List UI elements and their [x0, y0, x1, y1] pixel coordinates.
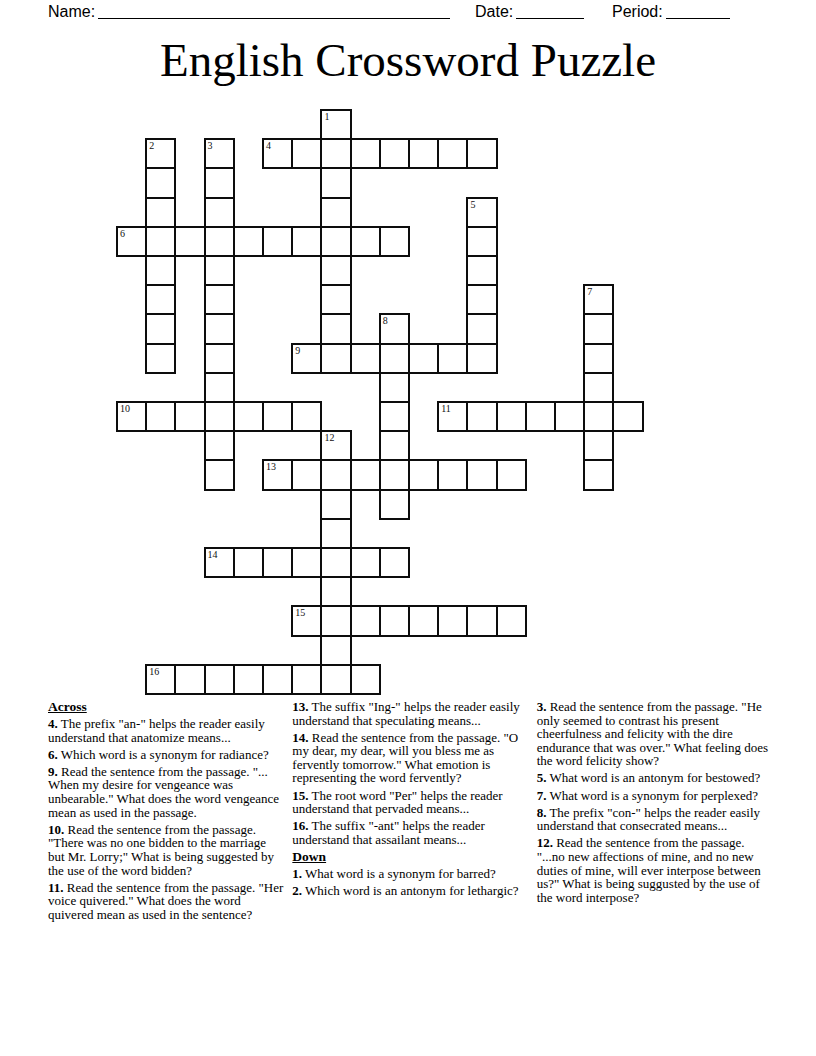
cell-r1c1[interactable]: 2 [145, 138, 176, 169]
cell-r4c3[interactable] [204, 226, 235, 257]
cell-r0c7[interactable]: 1 [320, 109, 351, 140]
date-label: Date: [475, 3, 513, 20]
clue-number-label: 1. [292, 866, 302, 881]
cell-r15c7[interactable] [320, 547, 351, 578]
cell-r10c11[interactable]: 11 [437, 401, 468, 432]
clue-number: 5 [470, 199, 475, 210]
cell-r3c7[interactable] [320, 197, 351, 228]
clue-12: 12. Read the sentence from the passage. … [537, 836, 772, 904]
clue-8: 8. The prefix "con-" helps the reader ea… [537, 806, 772, 833]
cell-r8c1[interactable] [145, 343, 176, 374]
clue-1: 1. What word is a synonym for barred? [292, 867, 527, 881]
cell-r8c9[interactable] [379, 343, 410, 374]
cell-r5c12[interactable] [466, 255, 497, 286]
clue-number: 7 [587, 286, 592, 297]
clue-number: 13 [266, 461, 276, 472]
clues-section: Across4. The prefix "an-" helps the read… [48, 700, 772, 925]
cell-r4c1[interactable] [145, 226, 176, 257]
cell-r15c9[interactable] [379, 547, 410, 578]
clue-3: 3. Read the sentence from the passage. "… [537, 700, 772, 768]
cell-r6c12[interactable] [466, 284, 497, 315]
clue-number-label: 4. [48, 716, 58, 731]
cell-r17c8[interactable] [350, 605, 381, 636]
cell-r17c11[interactable] [437, 605, 468, 636]
clue-9: 9. Read the sentence from the passage. "… [48, 765, 283, 819]
clue-column-3: 3. Read the sentence from the passage. "… [537, 700, 772, 925]
cell-r7c3[interactable] [204, 313, 235, 344]
clue-number: 1 [324, 111, 329, 122]
cell-r17c10[interactable] [408, 605, 439, 636]
clue-10: 10. Read the sentence from the passage. … [48, 823, 283, 877]
date-group: Date: [475, 3, 584, 21]
cell-r19c6[interactable] [291, 664, 322, 695]
cell-r1c9[interactable] [379, 138, 410, 169]
cell-r3c12[interactable]: 5 [466, 197, 497, 228]
cell-r13c7[interactable] [320, 489, 351, 520]
clue-number: 9 [295, 345, 300, 356]
clue-number: 16 [149, 666, 159, 677]
cell-r15c6[interactable] [291, 547, 322, 578]
clue-number-label: 14. [292, 730, 308, 745]
cell-r12c5[interactable]: 13 [262, 459, 293, 490]
cell-r10c0[interactable]: 10 [116, 401, 147, 432]
clue-number-label: 13. [292, 699, 308, 714]
cell-r10c6[interactable] [291, 401, 322, 432]
clue-number-label: 10. [48, 822, 64, 837]
cell-r1c12[interactable] [466, 138, 497, 169]
cell-r12c11[interactable] [437, 459, 468, 490]
cell-r1c3[interactable]: 3 [204, 138, 235, 169]
cell-r7c9[interactable]: 8 [379, 313, 410, 344]
clue-14: 14. Read the sentence from the passage. … [292, 731, 527, 785]
cell-r12c9[interactable] [379, 459, 410, 490]
cell-r17c9[interactable] [379, 605, 410, 636]
cell-r11c7[interactable]: 12 [320, 430, 351, 461]
clue-number: 14 [208, 549, 218, 560]
cell-r3c3[interactable] [204, 197, 235, 228]
cell-r12c8[interactable] [350, 459, 381, 490]
clue-number: 10 [120, 403, 130, 414]
cell-r4c9[interactable] [379, 226, 410, 257]
cell-r4c5[interactable] [262, 226, 293, 257]
date-field-line[interactable] [516, 3, 584, 19]
cell-r19c2[interactable] [174, 664, 205, 695]
clue-13: 13. The suffix "Ing-" helps the reader e… [292, 700, 527, 727]
cell-r8c7[interactable] [320, 343, 351, 374]
cell-r10c13[interactable] [496, 401, 527, 432]
clue-4: 4. The prefix "an-" helps the reader eas… [48, 717, 283, 744]
cell-r1c5[interactable]: 4 [262, 138, 293, 169]
cell-r9c16[interactable] [583, 372, 614, 403]
cell-r9c3[interactable] [204, 372, 235, 403]
cell-r9c9[interactable] [379, 372, 410, 403]
crossword-grid: 12345678910111213141516 [117, 110, 645, 696]
cell-r10c4[interactable] [233, 401, 264, 432]
cell-r10c2[interactable] [174, 401, 205, 432]
cell-r4c12[interactable] [466, 226, 497, 257]
name-field-line[interactable] [98, 3, 450, 19]
clue-number: 4 [266, 140, 271, 151]
clue-list-header-down: Down [292, 850, 527, 864]
clue-number-label: 9. [48, 764, 58, 779]
cell-r5c7[interactable] [320, 255, 351, 286]
cell-r1c11[interactable] [437, 138, 468, 169]
worksheet-header: Name: Date: Period: [0, 3, 816, 27]
clue-number: 8 [383, 315, 388, 326]
cell-r5c1[interactable] [145, 255, 176, 286]
clue-number: 12 [324, 432, 334, 443]
clue-15: 15. The root word "Per" helps the reader… [292, 789, 527, 816]
cell-r19c7[interactable] [320, 664, 351, 695]
clue-2: 2. Which word is an antonym for lethargi… [292, 884, 527, 898]
cell-r2c7[interactable] [320, 167, 351, 198]
cell-r15c8[interactable] [350, 547, 381, 578]
clue-number-label: 12. [537, 835, 553, 850]
cell-r6c16[interactable]: 7 [583, 284, 614, 315]
cell-r17c12[interactable] [466, 605, 497, 636]
cell-r8c10[interactable] [408, 343, 439, 374]
cell-r19c5[interactable] [262, 664, 293, 695]
cell-r10c5[interactable] [262, 401, 293, 432]
clue-number-label: 11. [48, 880, 64, 895]
cell-r12c7[interactable] [320, 459, 351, 490]
cell-r12c16[interactable] [583, 459, 614, 490]
name-group: Name: [48, 3, 450, 21]
clue-number: 15 [295, 607, 305, 618]
cell-r14c7[interactable] [320, 518, 351, 549]
cell-r8c11[interactable] [437, 343, 468, 374]
cell-r10c1[interactable] [145, 401, 176, 432]
clue-number: 2 [149, 140, 154, 151]
cell-r7c12[interactable] [466, 313, 497, 344]
cell-r17c6[interactable]: 15 [291, 605, 322, 636]
clue-number-label: 16. [292, 818, 308, 833]
clue-number-label: 7. [537, 788, 547, 803]
cell-r17c7[interactable] [320, 605, 351, 636]
period-label: Period: [612, 3, 663, 20]
clue-number-label: 3. [537, 699, 547, 714]
cell-r12c3[interactable] [204, 459, 235, 490]
clue-number-label: 2. [292, 883, 302, 898]
page-title: English Crossword Puzzle [0, 33, 816, 87]
cell-r19c3[interactable] [204, 664, 235, 695]
clue-16: 16. The suffix "-ant" helps the reader u… [292, 819, 527, 846]
cell-r1c10[interactable] [408, 138, 439, 169]
cell-r12c6[interactable] [291, 459, 322, 490]
cell-r15c4[interactable] [233, 547, 264, 578]
cell-r4c2[interactable] [174, 226, 205, 257]
cell-r1c6[interactable] [291, 138, 322, 169]
clue-7: 7. What word is a synonym for perplexed? [537, 789, 772, 803]
cell-r2c1[interactable] [145, 167, 176, 198]
cell-r10c3[interactable] [204, 401, 235, 432]
cell-r16c7[interactable] [320, 576, 351, 607]
cell-r10c9[interactable] [379, 401, 410, 432]
cell-r11c16[interactable] [583, 430, 614, 461]
cell-r12c13[interactable] [496, 459, 527, 490]
clue-5: 5. What word is an antonym for bestowed? [537, 771, 772, 785]
cell-r8c6[interactable]: 9 [291, 343, 322, 374]
cell-r6c7[interactable] [320, 284, 351, 315]
cell-r5c3[interactable] [204, 255, 235, 286]
cell-r6c1[interactable] [145, 284, 176, 315]
clue-column-1: Across4. The prefix "an-" helps the read… [48, 700, 283, 925]
clue-number: 11 [441, 403, 451, 414]
cell-r1c8[interactable] [350, 138, 381, 169]
clue-number-label: 5. [537, 770, 547, 785]
clue-number-label: 6. [48, 747, 58, 762]
cell-r3c1[interactable] [145, 197, 176, 228]
cell-r7c16[interactable] [583, 313, 614, 344]
cell-r13c9[interactable] [379, 489, 410, 520]
cell-r4c0[interactable]: 6 [116, 226, 147, 257]
clue-11: 11. Read the sentence from the passage. … [48, 881, 283, 922]
cell-r19c1[interactable]: 16 [145, 664, 176, 695]
cell-r11c9[interactable] [379, 430, 410, 461]
cell-r4c6[interactable] [291, 226, 322, 257]
cell-r12c10[interactable] [408, 459, 439, 490]
clue-column-2: 13. The suffix "Ing-" helps the reader e… [292, 700, 527, 925]
clue-number-label: 15. [292, 788, 308, 803]
clue-number: 6 [120, 228, 125, 239]
cell-r8c8[interactable] [350, 343, 381, 374]
clue-number-label: 8. [537, 805, 547, 820]
period-group: Period: [612, 3, 730, 21]
clue-list-header-across: Across [48, 700, 283, 714]
cell-r8c12[interactable] [466, 343, 497, 374]
clue-6: 6. Which word is a synonym for radiance? [48, 748, 283, 762]
cell-r8c3[interactable] [204, 343, 235, 374]
cell-r2c3[interactable] [204, 167, 235, 198]
cell-r10c15[interactable] [554, 401, 585, 432]
cell-r15c3[interactable]: 14 [204, 547, 235, 578]
cell-r7c7[interactable] [320, 313, 351, 344]
cell-r15c5[interactable] [262, 547, 293, 578]
cell-r19c4[interactable] [233, 664, 264, 695]
cell-r4c7[interactable] [320, 226, 351, 257]
cell-r10c17[interactable] [612, 401, 643, 432]
period-field-line[interactable] [666, 3, 730, 19]
cell-r1c7[interactable] [320, 138, 351, 169]
name-label: Name: [48, 3, 95, 20]
cell-r19c8[interactable] [350, 664, 381, 695]
cell-r7c1[interactable] [145, 313, 176, 344]
cell-r10c16[interactable] [583, 401, 614, 432]
cell-r10c12[interactable] [466, 401, 497, 432]
cell-r8c16[interactable] [583, 343, 614, 374]
cell-r4c8[interactable] [350, 226, 381, 257]
cell-r10c14[interactable] [525, 401, 556, 432]
cell-r12c12[interactable] [466, 459, 497, 490]
cell-r6c3[interactable] [204, 284, 235, 315]
cell-r11c3[interactable] [204, 430, 235, 461]
cell-r4c4[interactable] [233, 226, 264, 257]
cell-r17c13[interactable] [496, 605, 527, 636]
cell-r18c7[interactable] [320, 635, 351, 666]
clue-number: 3 [208, 140, 213, 151]
